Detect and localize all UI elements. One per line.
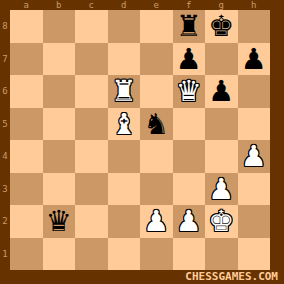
square-c4 bbox=[75, 140, 108, 173]
square-c6 bbox=[75, 75, 108, 108]
rank-labels: 87654321 bbox=[0, 10, 10, 270]
square-d1 bbox=[108, 238, 141, 271]
square-e6 bbox=[140, 75, 173, 108]
file-label-e: e bbox=[140, 0, 173, 10]
square-a7 bbox=[10, 43, 43, 76]
square-d7 bbox=[108, 43, 141, 76]
square-h7: ♟ bbox=[238, 43, 271, 76]
file-label-f: f bbox=[173, 0, 206, 10]
rank-label-6: 6 bbox=[0, 75, 10, 108]
square-b1 bbox=[43, 238, 76, 271]
square-c2 bbox=[75, 205, 108, 238]
square-f1 bbox=[173, 238, 206, 271]
file-label-a: a bbox=[10, 0, 43, 10]
rank-label-7: 7 bbox=[0, 43, 10, 76]
square-d3 bbox=[108, 173, 141, 206]
square-h3 bbox=[238, 173, 271, 206]
square-h2 bbox=[238, 205, 271, 238]
square-g8: ♚ bbox=[205, 10, 238, 43]
black-rook-f8: ♜ bbox=[176, 10, 202, 43]
rank-label-2: 2 bbox=[0, 205, 10, 238]
square-e1 bbox=[140, 238, 173, 271]
white-pawn-g3: ♟ bbox=[208, 173, 234, 206]
file-label-h: h bbox=[238, 0, 271, 10]
square-g2: ♚ bbox=[205, 205, 238, 238]
square-f2: ♟ bbox=[173, 205, 206, 238]
square-f4 bbox=[173, 140, 206, 173]
rank-label-1: 1 bbox=[0, 238, 10, 271]
square-c5 bbox=[75, 108, 108, 141]
black-pawn-f7: ♟ bbox=[176, 43, 202, 76]
square-h6 bbox=[238, 75, 271, 108]
white-pawn-f2: ♟ bbox=[176, 205, 202, 238]
square-f6: ♛ bbox=[173, 75, 206, 108]
rank-label-5: 5 bbox=[0, 108, 10, 141]
square-c3 bbox=[75, 173, 108, 206]
black-knight-e5: ♞ bbox=[143, 108, 169, 141]
square-f5 bbox=[173, 108, 206, 141]
rank-label-3: 3 bbox=[0, 173, 10, 206]
square-e2: ♟ bbox=[140, 205, 173, 238]
square-b2: ♛ bbox=[43, 205, 76, 238]
square-a6 bbox=[10, 75, 43, 108]
white-king-g2: ♚ bbox=[208, 205, 234, 238]
square-g5 bbox=[205, 108, 238, 141]
file-label-c: c bbox=[75, 0, 108, 10]
white-rook-d6: ♜ bbox=[111, 75, 137, 108]
square-d4 bbox=[108, 140, 141, 173]
white-pawn-h4: ♟ bbox=[241, 140, 267, 173]
black-queen-b2: ♛ bbox=[46, 205, 72, 238]
square-d5: ♝ bbox=[108, 108, 141, 141]
square-a5 bbox=[10, 108, 43, 141]
square-h1 bbox=[238, 238, 271, 271]
file-label-b: b bbox=[43, 0, 76, 10]
file-label-d: d bbox=[108, 0, 141, 10]
square-e4 bbox=[140, 140, 173, 173]
black-pawn-h7: ♟ bbox=[241, 43, 267, 76]
square-f7: ♟ bbox=[173, 43, 206, 76]
white-pawn-e2: ♟ bbox=[143, 205, 169, 238]
square-h8 bbox=[238, 10, 271, 43]
square-g4 bbox=[205, 140, 238, 173]
square-d2 bbox=[108, 205, 141, 238]
rank-label-4: 4 bbox=[0, 140, 10, 173]
square-a8 bbox=[10, 10, 43, 43]
white-bishop-d5: ♝ bbox=[111, 108, 137, 141]
square-f8: ♜ bbox=[173, 10, 206, 43]
black-king-g8: ♚ bbox=[208, 10, 234, 43]
square-g1 bbox=[205, 238, 238, 271]
site-label: CHESSGAMES.COM bbox=[185, 270, 278, 283]
square-c1 bbox=[75, 238, 108, 271]
square-g7 bbox=[205, 43, 238, 76]
square-a1 bbox=[10, 238, 43, 271]
black-pawn-g6: ♟ bbox=[208, 75, 234, 108]
square-b4 bbox=[43, 140, 76, 173]
square-e3 bbox=[140, 173, 173, 206]
square-a2 bbox=[10, 205, 43, 238]
white-queen-f6: ♛ bbox=[176, 75, 202, 108]
chess-board: ♜♚♟♟♜♛♟♝♞♟♟♛♟♟♚ bbox=[10, 10, 270, 270]
square-b6 bbox=[43, 75, 76, 108]
square-a4 bbox=[10, 140, 43, 173]
square-e8 bbox=[140, 10, 173, 43]
square-f3 bbox=[173, 173, 206, 206]
file-label-g: g bbox=[205, 0, 238, 10]
square-b3 bbox=[43, 173, 76, 206]
file-labels: abcdefgh bbox=[10, 0, 270, 10]
square-g3: ♟ bbox=[205, 173, 238, 206]
square-d6: ♜ bbox=[108, 75, 141, 108]
chess-board-diagram: abcdefgh 87654321 ♜♚♟♟♜♛♟♝♞♟♟♛♟♟♚ CHESSG… bbox=[0, 0, 284, 284]
square-b5 bbox=[43, 108, 76, 141]
square-c8 bbox=[75, 10, 108, 43]
square-e5: ♞ bbox=[140, 108, 173, 141]
square-g6: ♟ bbox=[205, 75, 238, 108]
square-c7 bbox=[75, 43, 108, 76]
square-b7 bbox=[43, 43, 76, 76]
square-e7 bbox=[140, 43, 173, 76]
square-h5 bbox=[238, 108, 271, 141]
rank-label-8: 8 bbox=[0, 10, 10, 43]
square-a3 bbox=[10, 173, 43, 206]
square-b8 bbox=[43, 10, 76, 43]
square-h4: ♟ bbox=[238, 140, 271, 173]
square-d8 bbox=[108, 10, 141, 43]
